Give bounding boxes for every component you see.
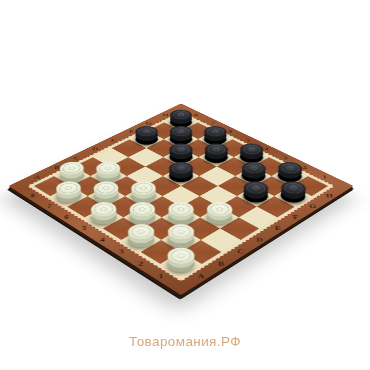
file-label-f: F [288,209,303,224]
checkers-board: HGFEDCBA 87654321 87654321 HGFEDCBA [8,103,353,295]
rank-label-far-3: 3 [273,155,299,161]
rank-label-8: 8 [19,192,47,199]
black-piece-f2 [238,187,272,206]
square-f8 [130,131,164,148]
rank-label-5: 5 [70,224,99,231]
rank-label-3: 3 [107,247,136,255]
file-label-far-a: A [30,170,45,184]
rank-label-6: 6 [53,213,81,220]
rank-label-far-5: 5 [236,137,261,143]
board-grid [34,114,328,276]
rank-label-4: 4 [88,236,117,244]
rank-label-far-1: 1 [312,174,339,180]
rank-label-1: 1 [146,272,176,280]
file-label-c: C [233,243,247,260]
file-label-a: A [194,267,208,285]
white-piece-a7 [52,187,86,206]
board-playing-field [27,111,335,281]
watermark-text: Товаромания.РФ [0,334,370,349]
product-photo: HGFEDCBA 87654321 87654321 HGFEDCBA Това… [0,0,370,370]
file-label-far-e: E [107,134,119,146]
rank-label-far-7: 7 [202,120,226,125]
